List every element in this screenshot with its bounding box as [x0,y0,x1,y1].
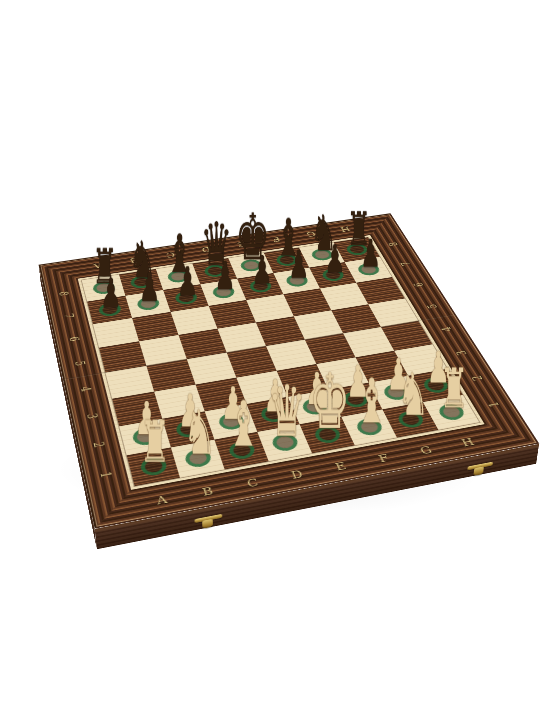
white-rook-icon: ♜ [139,414,170,471]
folding-chess-board: ABCDEFGH ABCDEFGH 87654321 87654321 ♜♞♝♛… [39,213,540,528]
clasp-hook [202,519,213,529]
white-rook-icon: ♜ [439,362,468,416]
rank-label-4: 4 [62,374,110,406]
brass-clasp-left [194,514,222,530]
white-knight-icon: ♞ [183,402,216,463]
chess-set-photo: ABCDEFGH ABCDEFGH 87654321 87654321 ♜♞♝♛… [0,0,540,720]
rank-label-5: 5 [56,349,102,379]
white-queen-icon: ♛ [267,376,305,447]
rank-label-1: 1 [79,457,131,494]
white-knight-icon: ♞ [397,365,429,424]
white-king-icon: ♚ [309,363,350,439]
white-bishop-icon: ♝ [226,392,260,455]
white-bishop-icon: ♝ [355,370,388,431]
clasp-hook [473,466,484,476]
rank-label-2: 2 [73,428,124,463]
brass-clasp-right [466,462,492,478]
perspective-container: ABCDEFGH ABCDEFGH 87654321 87654321 ♜♞♝♛… [0,0,540,720]
rank-label-3: 3 [67,400,116,433]
